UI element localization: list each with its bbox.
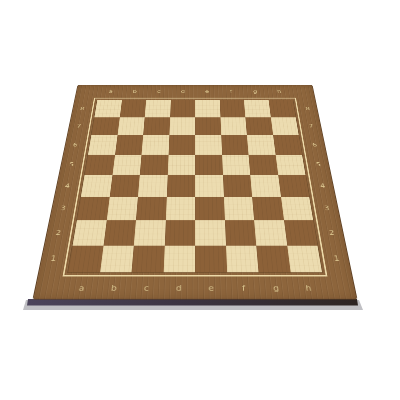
square-a1 — [68, 245, 103, 272]
square-c6 — [141, 135, 169, 154]
rank-label-3: 3 — [49, 197, 76, 220]
rank-label-7: 7 — [299, 117, 323, 135]
file-label-c: c — [129, 276, 163, 299]
square-d7 — [169, 117, 195, 135]
rank-label-6: 6 — [303, 135, 328, 154]
square-c1 — [131, 245, 164, 272]
rank-label-8: 8 — [71, 100, 94, 117]
square-h7 — [270, 117, 298, 135]
square-b4 — [109, 175, 139, 197]
square-d5 — [167, 155, 195, 175]
file-label-h: h — [291, 276, 327, 299]
rank-label-4: 4 — [54, 175, 80, 197]
square-d2 — [164, 220, 195, 245]
square-d1 — [163, 245, 195, 272]
square-d4 — [166, 175, 195, 197]
square-g7 — [245, 117, 272, 135]
file-label-f: f — [219, 85, 244, 98]
square-d8 — [170, 100, 195, 117]
square-a7 — [91, 117, 119, 135]
square-a5 — [85, 155, 115, 175]
square-f5 — [222, 155, 250, 175]
square-b6 — [115, 135, 143, 154]
square-g6 — [247, 135, 275, 154]
perspective-wrapper: abcdefgh abcdefgh 87654321 87654321 — [32, 85, 357, 300]
file-label-h: h — [266, 85, 292, 98]
square-f8 — [219, 100, 245, 117]
rank-label-2: 2 — [318, 220, 347, 245]
file-label-b: b — [122, 85, 147, 98]
chessboard-product-photo: abcdefgh abcdefgh 87654321 87654321 — [0, 0, 400, 400]
square-g5 — [249, 155, 278, 175]
square-f3 — [224, 197, 255, 220]
square-g3 — [252, 197, 284, 220]
file-label-d: d — [171, 85, 195, 98]
square-h6 — [273, 135, 302, 154]
square-c3 — [136, 197, 167, 220]
square-a2 — [73, 220, 107, 245]
square-e3 — [195, 197, 225, 220]
square-f1 — [226, 245, 259, 272]
square-g2 — [254, 220, 287, 245]
square-b7 — [117, 117, 144, 135]
square-e4 — [195, 175, 224, 197]
rank-label-5: 5 — [59, 155, 84, 175]
file-label-a: a — [63, 276, 99, 299]
square-c4 — [138, 175, 167, 197]
square-h1 — [287, 245, 322, 272]
square-f7 — [220, 117, 247, 135]
file-label-d: d — [162, 276, 195, 299]
square-g8 — [244, 100, 271, 117]
square-h5 — [275, 155, 305, 175]
rank-label-1: 1 — [38, 245, 68, 272]
rank-label-3: 3 — [313, 197, 340, 220]
square-b2 — [103, 220, 136, 245]
rank-label-5: 5 — [306, 155, 331, 175]
square-d6 — [168, 135, 195, 154]
rank-label-4: 4 — [310, 175, 336, 197]
square-f2 — [225, 220, 257, 245]
square-b5 — [112, 155, 141, 175]
file-labels-top: abcdefgh — [98, 85, 293, 98]
square-a3 — [77, 197, 110, 220]
rank-label-1: 1 — [322, 245, 352, 272]
square-d3 — [165, 197, 195, 220]
square-c7 — [143, 117, 170, 135]
square-b1 — [100, 245, 134, 272]
square-c5 — [140, 155, 168, 175]
file-label-b: b — [96, 276, 131, 299]
square-h2 — [284, 220, 318, 245]
square-e5 — [195, 155, 223, 175]
rank-label-8: 8 — [296, 100, 319, 117]
rank-label-7: 7 — [67, 117, 91, 135]
square-c8 — [145, 100, 171, 117]
square-e8 — [195, 100, 220, 117]
square-b3 — [106, 197, 138, 220]
chess-board: abcdefgh abcdefgh 87654321 87654321 — [32, 85, 357, 300]
square-c2 — [134, 220, 166, 245]
square-h8 — [268, 100, 295, 117]
square-e6 — [195, 135, 222, 154]
square-a8 — [94, 100, 121, 117]
file-label-g: g — [243, 85, 268, 98]
file-label-a: a — [98, 85, 124, 98]
file-label-f: f — [227, 276, 261, 299]
square-f6 — [221, 135, 249, 154]
file-label-g: g — [259, 276, 294, 299]
rank-label-2: 2 — [44, 220, 73, 245]
square-e7 — [195, 117, 221, 135]
square-a4 — [81, 175, 112, 197]
file-label-e: e — [195, 85, 219, 98]
file-label-e: e — [195, 276, 228, 299]
square-e1 — [195, 245, 227, 272]
square-e2 — [195, 220, 226, 245]
rank-label-6: 6 — [63, 135, 88, 154]
board-grid — [68, 100, 322, 272]
file-label-c: c — [146, 85, 171, 98]
square-h3 — [281, 197, 314, 220]
square-a6 — [88, 135, 117, 154]
square-h4 — [278, 175, 309, 197]
square-f4 — [223, 175, 252, 197]
square-b8 — [120, 100, 147, 117]
square-g1 — [256, 245, 290, 272]
square-g4 — [250, 175, 280, 197]
file-labels-bottom: abcdefgh — [63, 276, 326, 299]
